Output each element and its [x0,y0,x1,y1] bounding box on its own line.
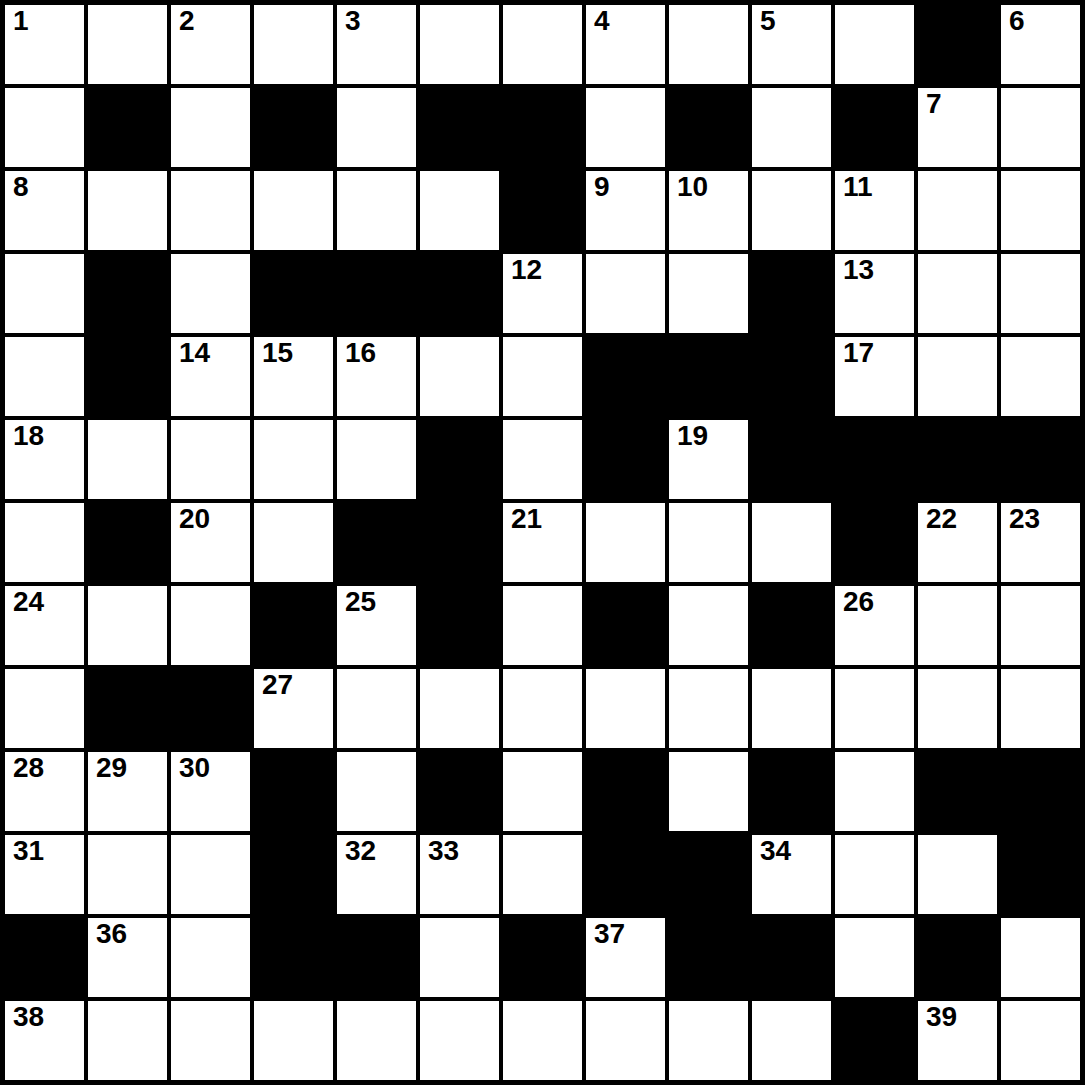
clue-number: 39 [926,1002,957,1033]
grid-cell[interactable] [1001,586,1080,665]
clue-number: 18 [13,421,44,452]
grid-cell[interactable] [752,171,831,250]
clue-number: 25 [345,587,376,618]
grid-cell[interactable] [88,835,167,914]
blocked-cell [835,420,914,499]
grid-cell[interactable]: 14 [171,337,250,416]
blocked-cell [918,5,997,84]
clue-number: 35 [1009,836,1040,867]
grid-cell[interactable] [752,503,831,582]
grid-cell[interactable]: 23 [1001,503,1080,582]
grid-cell[interactable] [752,88,831,167]
clue-number: 12 [511,255,542,286]
grid-cell[interactable]: 20 [171,503,250,582]
grid-cell[interactable] [918,586,997,665]
blocked-cell [835,88,914,167]
blocked-cell [420,420,499,499]
grid-cell[interactable] [586,88,665,167]
clue-number: 15 [262,338,293,369]
grid-cell[interactable]: 1 [5,5,84,84]
blocked-cell [752,752,831,831]
grid-cell[interactable] [918,171,997,250]
clue-number: 31 [13,836,44,867]
grid-cell[interactable] [503,752,582,831]
grid-cell[interactable] [171,171,250,250]
grid-cell[interactable] [669,503,748,582]
grid-cell[interactable] [171,1001,250,1080]
grid-cell[interactable] [918,669,997,748]
clue-number: 23 [1009,504,1040,535]
blocked-cell [503,918,582,997]
clue-number: 28 [13,753,44,784]
grid-cell[interactable] [254,420,333,499]
grid-cell[interactable] [5,337,84,416]
blocked-cell [835,503,914,582]
grid-cell[interactable]: 17 [835,337,914,416]
blocked-cell [420,586,499,665]
grid-cell[interactable]: 33 [420,835,499,914]
clue-number: 4 [594,6,610,37]
grid-cell[interactable] [420,1001,499,1080]
clue-number: 2 [179,6,195,37]
grid-cell[interactable] [503,586,582,665]
blocked-cell [420,254,499,333]
grid-cell[interactable] [5,88,84,167]
grid-cell[interactable] [337,1001,416,1080]
blocked-cell [918,420,997,499]
grid-cell[interactable] [1001,254,1080,333]
blocked-cell [752,254,831,333]
grid-cell[interactable] [337,420,416,499]
grid-cell[interactable] [420,5,499,84]
clue-number: 14 [179,338,210,369]
grid-cell[interactable] [254,171,333,250]
grid-cell[interactable]: 27 [254,669,333,748]
grid-cell[interactable] [503,669,582,748]
clue-number: 19 [677,421,708,452]
blocked-cell [254,88,333,167]
grid-cell[interactable]: 12 [503,254,582,333]
blocked-cell [752,918,831,997]
grid-cell[interactable] [88,5,167,84]
grid-cell[interactable] [586,669,665,748]
clue-number: 37 [594,919,625,950]
clue-number: 8 [13,172,29,203]
grid-cell[interactable]: 19 [669,420,748,499]
blocked-cell [337,503,416,582]
grid-cell[interactable]: 2 [171,5,250,84]
grid-cell[interactable] [88,171,167,250]
grid-cell[interactable]: 39 [918,1001,997,1080]
grid-cell[interactable] [752,1001,831,1080]
blocked-cell [503,88,582,167]
blocked-cell [88,503,167,582]
grid-cell[interactable] [171,254,250,333]
grid-cell[interactable] [669,586,748,665]
grid-cell[interactable]: 7 [918,88,997,167]
grid-cell[interactable] [254,503,333,582]
grid-cell[interactable] [420,337,499,416]
blocked-cell [835,1001,914,1080]
blocked-cell [586,420,665,499]
grid-cell[interactable] [586,1001,665,1080]
blocked-cell [171,669,250,748]
grid-cell[interactable]: 5 [752,5,831,84]
grid-cell[interactable] [503,1001,582,1080]
grid-cell[interactable]: 3 [337,5,416,84]
blocked-cell [586,752,665,831]
grid-cell[interactable] [669,669,748,748]
blocked-cell [669,337,748,416]
grid-cell[interactable] [835,835,914,914]
grid-cell[interactable] [420,669,499,748]
grid-cell[interactable] [835,752,914,831]
grid-cell[interactable]: 30 [171,752,250,831]
grid-cell[interactable] [918,337,997,416]
grid-cell[interactable] [503,337,582,416]
grid-cell[interactable]: 10 [669,171,748,250]
grid-cell[interactable]: 32 [337,835,416,914]
grid-cell[interactable] [254,5,333,84]
clue-number: 3 [345,6,361,37]
clue-number: 9 [594,172,610,203]
blocked-cell [254,586,333,665]
grid-cell[interactable] [835,5,914,84]
clue-number: 30 [179,753,210,784]
grid-cell[interactable] [337,171,416,250]
grid-cell[interactable]: 38 [5,1001,84,1080]
blocked-cell [752,337,831,416]
grid-cell[interactable] [5,254,84,333]
blocked-cell [254,835,333,914]
grid-cell[interactable] [1001,88,1080,167]
grid-cell[interactable] [171,835,250,914]
blocked-cell [752,586,831,665]
grid-cell[interactable] [88,420,167,499]
grid-cell[interactable]: 16 [337,337,416,416]
blocked-cell [1001,752,1080,831]
clue-number: 13 [843,255,874,286]
grid-cell[interactable]: 4 [586,5,665,84]
blocked-cell [88,669,167,748]
blocked-cell [337,918,416,997]
grid-cell[interactable]: 8 [5,171,84,250]
clue-number: 11 [843,172,873,203]
blocked-cell [337,254,416,333]
grid-cell[interactable]: 37 [586,918,665,997]
blocked-cell [88,88,167,167]
blocked-cell [669,88,748,167]
grid-cell[interactable] [503,420,582,499]
grid-cell[interactable]: 9 [586,171,665,250]
grid-cell[interactable]: 11 [835,171,914,250]
grid-cell[interactable]: 21 [503,503,582,582]
blocked-cell [420,752,499,831]
clue-number: 20 [179,504,210,535]
clue-number: 21 [511,504,542,535]
blocked-cell [420,88,499,167]
grid-cell[interactable] [5,669,84,748]
grid-cell[interactable]: 18 [5,420,84,499]
grid-cell[interactable] [337,752,416,831]
clue-number: 17 [843,338,874,369]
crossword-grid: 1234567891011121314151617181920212223242… [0,0,1085,1085]
grid-cell[interactable] [1001,669,1080,748]
grid-cell[interactable] [918,254,997,333]
clue-number: 24 [13,587,44,618]
clue-number: 6 [1009,6,1025,37]
grid-cell[interactable] [254,1001,333,1080]
blocked-cell [254,918,333,997]
blocked-cell [918,918,997,997]
grid-cell[interactable] [586,254,665,333]
grid-cell[interactable] [669,752,748,831]
grid-cell[interactable]: 24 [5,586,84,665]
grid-cell[interactable] [88,1001,167,1080]
clue-number: 34 [760,836,791,867]
clue-number: 33 [428,836,459,867]
blocked-cell [586,835,665,914]
grid-cell[interactable] [337,669,416,748]
blocked-cell [5,918,84,997]
blocked-cell [254,752,333,831]
grid-cell[interactable] [88,586,167,665]
clue-number: 26 [843,587,874,618]
grid-cell[interactable] [5,503,84,582]
grid-cell[interactable] [669,5,748,84]
grid-cell[interactable]: 29 [88,752,167,831]
blocked-cell: 35 [1001,835,1080,914]
grid-cell[interactable] [918,835,997,914]
clue-number: 36 [96,919,127,950]
grid-cell[interactable] [337,88,416,167]
clue-number: 1 [13,6,29,37]
grid-cell[interactable] [1001,171,1080,250]
blocked-cell [1001,420,1080,499]
grid-cell[interactable]: 22 [918,503,997,582]
grid-cell[interactable] [420,918,499,997]
grid-cell[interactable] [1001,918,1080,997]
grid-cell[interactable]: 6 [1001,5,1080,84]
grid-cell[interactable]: 15 [254,337,333,416]
clue-number: 10 [677,172,708,203]
blocked-cell [503,171,582,250]
grid-cell[interactable] [420,171,499,250]
grid-cell[interactable]: 36 [88,918,167,997]
grid-cell[interactable]: 34 [752,835,831,914]
blocked-cell [752,420,831,499]
grid-cell[interactable] [171,586,250,665]
grid-cell[interactable]: 25 [337,586,416,665]
clue-number: 22 [926,504,957,535]
grid-cell[interactable] [835,669,914,748]
grid-cell[interactable]: 13 [835,254,914,333]
grid-cell[interactable]: 31 [5,835,84,914]
grid-cell[interactable] [171,88,250,167]
grid-cell[interactable] [171,918,250,997]
clue-number: 32 [345,836,376,867]
blocked-cell [669,835,748,914]
grid-cell[interactable] [503,5,582,84]
blocked-cell [254,254,333,333]
clue-number: 27 [262,670,293,701]
grid-cell[interactable] [1001,1001,1080,1080]
clue-number: 29 [96,753,127,784]
grid-cell[interactable] [669,1001,748,1080]
grid-cell[interactable] [835,918,914,997]
clue-number: 16 [345,338,376,369]
blocked-cell [420,503,499,582]
grid-cell[interactable] [503,835,582,914]
clue-number: 5 [760,6,776,37]
grid-cell[interactable]: 28 [5,752,84,831]
grid-cell[interactable] [171,420,250,499]
blocked-cell [669,918,748,997]
blocked-cell [918,752,997,831]
grid-cell[interactable]: 26 [835,586,914,665]
clue-number: 38 [13,1002,44,1033]
blocked-cell [88,337,167,416]
clue-number: 7 [926,89,942,120]
blocked-cell [586,337,665,416]
blocked-cell [88,254,167,333]
grid-cell[interactable] [669,254,748,333]
grid-cell[interactable] [752,669,831,748]
grid-cell[interactable] [586,503,665,582]
blocked-cell [586,586,665,665]
grid-cell[interactable] [1001,337,1080,416]
